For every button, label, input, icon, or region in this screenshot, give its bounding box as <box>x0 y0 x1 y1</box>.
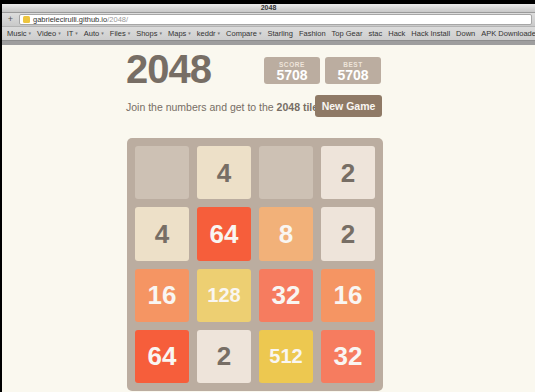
chevron-down-icon: ▾ <box>101 31 104 36</box>
window-title: 2048 <box>261 4 277 11</box>
bookmark-maps[interactable]: Maps▾ <box>165 29 194 38</box>
bookmark-files[interactable]: Files▾ <box>107 29 133 38</box>
best-box: BEST 5708 <box>325 57 381 84</box>
score-value: 5708 <box>264 68 320 83</box>
tile-16: 16 <box>321 269 375 322</box>
bookmark-label: Fashion <box>299 29 326 38</box>
address-bar[interactable]: gabrielecirulli.github.io/2048/ <box>19 14 532 25</box>
bookmark-fashion[interactable]: Fashion <box>296 29 329 38</box>
bookmark-video[interactable]: Video▾ <box>34 29 64 38</box>
bookmark-label: Files <box>110 29 126 38</box>
bookmark-shops[interactable]: Shops▾ <box>133 29 165 38</box>
tile-128: 128 <box>197 269 251 322</box>
score-box: SCORE 5708 <box>264 57 320 84</box>
bookmark-label: stac <box>368 29 382 38</box>
bookmark-label: Hack <box>388 29 405 38</box>
intro-text: Join the numbers and get to the 2048 til… <box>126 101 322 113</box>
chevron-down-icon: ▾ <box>29 31 32 36</box>
chevron-down-icon: ▾ <box>75 31 78 36</box>
empty-cell <box>259 146 313 199</box>
tile-32: 32 <box>321 330 375 383</box>
tile-16: 16 <box>135 269 189 322</box>
tile-2: 2 <box>321 207 375 260</box>
bookmark-label: APK Downloader <box>481 29 535 38</box>
tile-32: 32 <box>259 269 313 322</box>
tile-512: 512 <box>259 330 313 383</box>
bookmark-hack[interactable]: Hack <box>385 29 408 38</box>
bookmark-label: Compare <box>226 29 257 38</box>
bookmark-label: Down <box>456 29 475 38</box>
chevron-down-icon: ▾ <box>188 31 191 36</box>
browser-toolbar: + gabrielecirulli.github.io/2048/ <box>2 13 535 27</box>
chevron-down-icon: ▾ <box>159 31 162 36</box>
bookmark-stac[interactable]: stac <box>365 29 385 38</box>
bookmark-starling[interactable]: Starling <box>264 29 295 38</box>
bookmark-label: Shops <box>136 29 157 38</box>
bookmarks-bar: Music▾Video▾IT▾Auto▾Files▾Shops▾Maps▾ked… <box>2 27 535 40</box>
intro-text-plain: Join the numbers and get to the <box>126 101 277 113</box>
tile-4: 4 <box>197 146 251 199</box>
bookmark-music[interactable]: Music▾ <box>4 29 34 38</box>
url-path: /2048/ <box>107 15 128 24</box>
page-content: 2048 SCORE 5708 BEST 5708 Join the numbe… <box>2 45 535 391</box>
best-value: 5708 <box>325 68 381 83</box>
chevron-down-icon: ▾ <box>259 31 262 36</box>
tile-64: 64 <box>197 207 251 260</box>
bookmark-down[interactable]: Down <box>453 29 478 38</box>
browser-window: 2048 + gabrielecirulli.github.io/2048/ M… <box>2 4 535 392</box>
window-titlebar: 2048 <box>2 4 535 13</box>
empty-cell <box>135 146 189 199</box>
url-host: gabrielecirulli.github.io <box>33 15 107 24</box>
tile-4: 4 <box>135 207 189 260</box>
bookmark-it[interactable]: IT▾ <box>64 29 81 38</box>
tile-64: 64 <box>135 330 189 383</box>
bookmark-label: Music <box>7 29 27 38</box>
bookmark-label: Maps <box>168 29 186 38</box>
bookmark-compare[interactable]: Compare▾ <box>223 29 264 38</box>
game-board[interactable]: 424648216128321664251232 <box>127 138 383 391</box>
chevron-down-icon: ▾ <box>58 31 61 36</box>
bookmark-keddr[interactable]: keddr▾ <box>194 29 223 38</box>
bookmark-label: Starling <box>267 29 292 38</box>
new-game-button[interactable]: New Game <box>315 95 382 117</box>
bookmark-label: keddr <box>197 29 216 38</box>
bookmark-label: Top Gear <box>332 29 363 38</box>
score-panel: SCORE 5708 BEST 5708 <box>264 57 381 84</box>
bookmark-label: IT <box>67 29 74 38</box>
new-tab-button[interactable]: + <box>5 15 16 25</box>
bookmark-top-gear[interactable]: Top Gear <box>329 29 366 38</box>
site-favicon-icon <box>23 16 30 23</box>
tile-2: 2 <box>321 146 375 199</box>
bookmark-label: Hack Install <box>411 29 450 38</box>
game-title: 2048 <box>126 47 211 92</box>
bookmark-auto[interactable]: Auto▾ <box>81 29 107 38</box>
bookmark-hack-install[interactable]: Hack Install <box>408 29 453 38</box>
chevron-down-icon: ▾ <box>218 31 221 36</box>
chevron-down-icon: ▾ <box>128 31 131 36</box>
bookmark-label: Auto <box>84 29 99 38</box>
bookmark-apk-downloader[interactable]: APK Downloader <box>478 29 535 38</box>
bookmark-label: Video <box>37 29 56 38</box>
tile-2: 2 <box>197 330 251 383</box>
tile-8: 8 <box>259 207 313 260</box>
